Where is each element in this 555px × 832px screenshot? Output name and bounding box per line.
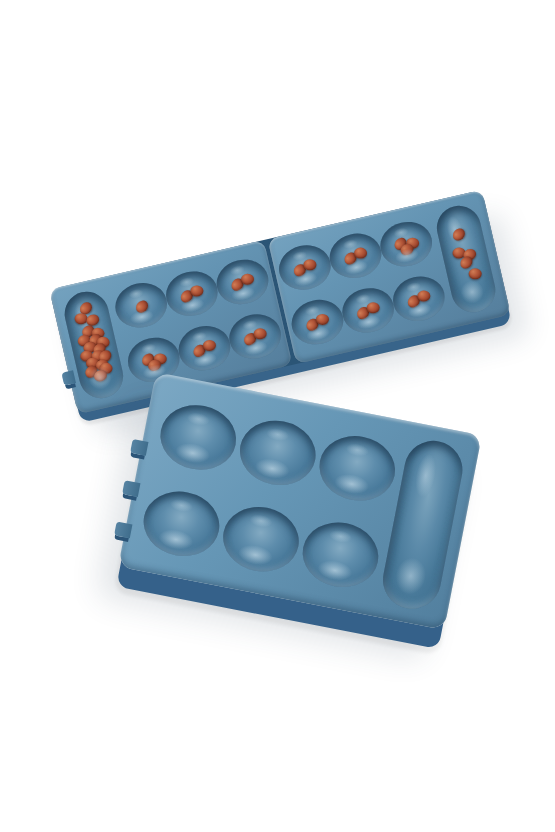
seed bbox=[240, 273, 253, 284]
seed bbox=[417, 290, 430, 301]
seed bbox=[133, 298, 150, 315]
seed bbox=[450, 226, 467, 243]
assembled-mancala-board bbox=[49, 190, 510, 415]
spare-half-board bbox=[118, 372, 482, 630]
pit-back-4[interactable] bbox=[275, 240, 336, 295]
pit-back-6[interactable] bbox=[376, 217, 437, 272]
seed bbox=[92, 368, 108, 383]
seed bbox=[315, 313, 328, 324]
seed bbox=[190, 285, 203, 296]
spare-pit-back-2 bbox=[234, 414, 321, 491]
spare-pit-front-3 bbox=[297, 516, 384, 593]
pit-back-1[interactable] bbox=[111, 278, 172, 333]
pit-front-3[interactable] bbox=[225, 309, 286, 364]
spare-pit-front-1 bbox=[138, 485, 225, 562]
hinge-tab bbox=[130, 439, 148, 456]
spare-pit-back-3 bbox=[314, 430, 401, 507]
pit-front-6[interactable] bbox=[389, 271, 450, 326]
seed bbox=[253, 328, 266, 339]
seed bbox=[98, 362, 112, 374]
seed bbox=[353, 247, 366, 258]
pit-front-4[interactable] bbox=[287, 295, 348, 350]
seed bbox=[303, 259, 316, 270]
pit-front-2[interactable] bbox=[174, 321, 235, 376]
seed bbox=[74, 313, 87, 324]
spare-pit-front-2 bbox=[218, 501, 305, 578]
spare-pit-back-1 bbox=[155, 399, 242, 476]
product-photo bbox=[0, 0, 555, 832]
seed bbox=[202, 339, 215, 350]
hinge-tab bbox=[61, 370, 76, 385]
seed bbox=[366, 302, 379, 313]
board-half-right bbox=[268, 190, 511, 364]
hinge-tab bbox=[114, 521, 132, 538]
seed bbox=[468, 268, 481, 279]
pit-front-5[interactable] bbox=[338, 283, 399, 338]
pit-back-3[interactable] bbox=[212, 255, 273, 310]
pit-back-5[interactable] bbox=[325, 229, 386, 284]
hinge-tab bbox=[122, 480, 140, 497]
pit-back-2[interactable] bbox=[162, 266, 223, 321]
